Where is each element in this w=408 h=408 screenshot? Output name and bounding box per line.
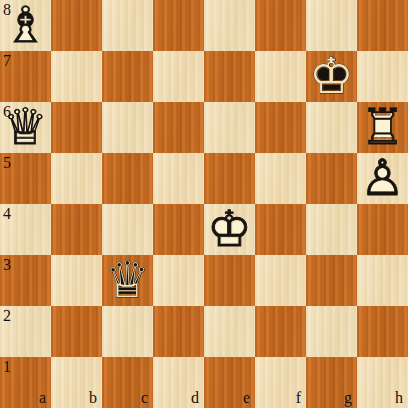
square-d8[interactable] bbox=[153, 0, 204, 51]
white-king-outline: ♔ bbox=[204, 204, 255, 255]
square-a4[interactable]: 4 bbox=[0, 204, 51, 255]
square-g6[interactable] bbox=[306, 102, 357, 153]
file-label-d: d bbox=[191, 390, 199, 406]
black-king-outline: ♔ bbox=[306, 51, 357, 102]
square-b4[interactable] bbox=[51, 204, 102, 255]
rank-label-8: 8 bbox=[3, 2, 11, 18]
square-b8[interactable] bbox=[51, 0, 102, 51]
square-d5[interactable] bbox=[153, 153, 204, 204]
square-d7[interactable] bbox=[153, 51, 204, 102]
square-c8[interactable] bbox=[102, 0, 153, 51]
square-f5[interactable] bbox=[255, 153, 306, 204]
rank-label-3: 3 bbox=[3, 257, 11, 273]
chess-board: 8♝♗7♚♔6♛♕♜♖5♟♙4♚♔3♛♕21abcdefgh bbox=[0, 0, 408, 408]
square-h1[interactable]: h bbox=[357, 357, 408, 408]
file-label-h: h bbox=[395, 390, 403, 406]
square-b6[interactable] bbox=[51, 102, 102, 153]
square-f2[interactable] bbox=[255, 306, 306, 357]
square-f8[interactable] bbox=[255, 0, 306, 51]
square-c3[interactable]: ♛♕ bbox=[102, 255, 153, 306]
square-g1[interactable]: g bbox=[306, 357, 357, 408]
square-e8[interactable] bbox=[204, 0, 255, 51]
square-a3[interactable]: 3 bbox=[0, 255, 51, 306]
square-a7[interactable]: 7 bbox=[0, 51, 51, 102]
square-e5[interactable] bbox=[204, 153, 255, 204]
white-rook-icon[interactable]: ♜♖ bbox=[357, 102, 408, 153]
square-c7[interactable] bbox=[102, 51, 153, 102]
square-f6[interactable] bbox=[255, 102, 306, 153]
square-e6[interactable] bbox=[204, 102, 255, 153]
square-b5[interactable] bbox=[51, 153, 102, 204]
square-h6[interactable]: ♜♖ bbox=[357, 102, 408, 153]
square-e4[interactable]: ♚♔ bbox=[204, 204, 255, 255]
square-h3[interactable] bbox=[357, 255, 408, 306]
square-g4[interactable] bbox=[306, 204, 357, 255]
square-g5[interactable] bbox=[306, 153, 357, 204]
black-king-icon[interactable]: ♚♔ bbox=[306, 51, 357, 102]
file-label-f: f bbox=[296, 390, 301, 406]
square-f1[interactable]: f bbox=[255, 357, 306, 408]
square-g3[interactable] bbox=[306, 255, 357, 306]
square-f7[interactable] bbox=[255, 51, 306, 102]
square-e1[interactable]: e bbox=[204, 357, 255, 408]
rank-label-2: 2 bbox=[3, 308, 11, 324]
square-a2[interactable]: 2 bbox=[0, 306, 51, 357]
file-label-b: b bbox=[89, 390, 97, 406]
square-b7[interactable] bbox=[51, 51, 102, 102]
square-h4[interactable] bbox=[357, 204, 408, 255]
square-g8[interactable] bbox=[306, 0, 357, 51]
white-pawn-icon[interactable]: ♟♙ bbox=[357, 153, 408, 204]
square-e2[interactable] bbox=[204, 306, 255, 357]
white-rook-outline: ♖ bbox=[357, 102, 408, 153]
square-h8[interactable] bbox=[357, 0, 408, 51]
square-c2[interactable] bbox=[102, 306, 153, 357]
rank-label-4: 4 bbox=[3, 206, 11, 222]
square-d2[interactable] bbox=[153, 306, 204, 357]
file-label-g: g bbox=[344, 390, 352, 406]
black-queen-icon[interactable]: ♛♕ bbox=[102, 255, 153, 306]
square-d4[interactable] bbox=[153, 204, 204, 255]
square-e3[interactable] bbox=[204, 255, 255, 306]
square-c1[interactable]: c bbox=[102, 357, 153, 408]
rank-label-7: 7 bbox=[3, 53, 11, 69]
square-c4[interactable] bbox=[102, 204, 153, 255]
square-a1[interactable]: 1a bbox=[0, 357, 51, 408]
square-d3[interactable] bbox=[153, 255, 204, 306]
file-label-c: c bbox=[141, 390, 148, 406]
square-d1[interactable]: d bbox=[153, 357, 204, 408]
rank-label-6: 6 bbox=[3, 104, 11, 120]
square-c5[interactable] bbox=[102, 153, 153, 204]
file-label-a: a bbox=[39, 390, 46, 406]
square-b2[interactable] bbox=[51, 306, 102, 357]
square-b1[interactable]: b bbox=[51, 357, 102, 408]
rank-label-1: 1 bbox=[3, 359, 11, 375]
square-c6[interactable] bbox=[102, 102, 153, 153]
rank-label-5: 5 bbox=[3, 155, 11, 171]
square-a5[interactable]: 5 bbox=[0, 153, 51, 204]
square-g7[interactable]: ♚♔ bbox=[306, 51, 357, 102]
square-b3[interactable] bbox=[51, 255, 102, 306]
square-g2[interactable] bbox=[306, 306, 357, 357]
square-f3[interactable] bbox=[255, 255, 306, 306]
square-d6[interactable] bbox=[153, 102, 204, 153]
square-f4[interactable] bbox=[255, 204, 306, 255]
white-pawn-outline: ♙ bbox=[357, 153, 408, 204]
square-h2[interactable] bbox=[357, 306, 408, 357]
black-queen-outline: ♕ bbox=[102, 255, 153, 306]
square-a8[interactable]: 8♝♗ bbox=[0, 0, 51, 51]
square-h5[interactable]: ♟♙ bbox=[357, 153, 408, 204]
square-e7[interactable] bbox=[204, 51, 255, 102]
square-a6[interactable]: 6♛♕ bbox=[0, 102, 51, 153]
square-h7[interactable] bbox=[357, 51, 408, 102]
file-label-e: e bbox=[243, 390, 250, 406]
white-king-icon[interactable]: ♚♔ bbox=[204, 204, 255, 255]
